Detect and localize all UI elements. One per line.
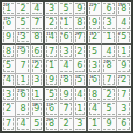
cell-digit: 8 [31, 31, 43, 43]
cell-digit: 7 [2, 117, 15, 131]
cell-digit: 1 [74, 102, 86, 115]
cell-digit: 2 [59, 117, 72, 131]
cell-r6c5[interactable]: 178 [59, 74, 73, 88]
cell-digit: 6 [117, 117, 131, 131]
cell-digit: 6 [31, 45, 43, 58]
cage-sum: 17 [60, 74, 65, 79]
cell-digit: 1 [117, 45, 131, 58]
cage-sum: 21 [118, 74, 123, 79]
cell-r6c9[interactable]: 212 [117, 74, 131, 88]
cell-digit: 2 [16, 2, 29, 15]
cell-r7c7[interactable]: 8 [88, 88, 102, 102]
cell-r8c6[interactable]: 1 [74, 102, 88, 116]
cell-r3c6[interactable]: 297 [74, 31, 88, 45]
cell-digit: 6 [102, 2, 115, 15]
cell-digit: 2 [45, 16, 58, 29]
cell-r4c4[interactable]: 7 [45, 45, 59, 59]
cell-r2c4[interactable]: 2 [45, 16, 59, 30]
cell-r1c5[interactable]: 5 [59, 2, 73, 16]
cell-r2c3[interactable]: 7 [31, 16, 45, 30]
cell-r9c5[interactable]: 2 [59, 117, 73, 131]
cell-digit: 8 [88, 88, 101, 101]
cell-r9c6[interactable]: 3 [74, 117, 88, 131]
cell-r1c7[interactable]: 227 [88, 2, 102, 16]
cage-sum: 16 [89, 74, 94, 79]
sudoku-board: 2412435922761583765729189349173811496297… [0, 0, 133, 133]
cell-digit: 3 [45, 2, 58, 15]
cell-r3c5[interactable]: 96 [59, 31, 73, 45]
cell-r3c2[interactable]: 173 [16, 31, 30, 45]
cell-r8c4[interactable]: 136 [45, 102, 59, 116]
cell-r4c2[interactable]: 229 [16, 45, 30, 59]
cell-digit: 5 [16, 16, 29, 29]
cell-r3c1[interactable]: 9 [2, 31, 16, 45]
cell-digit: 5 [2, 59, 15, 72]
cell-digit: 5 [59, 2, 72, 15]
cage-sum: 29 [46, 117, 51, 122]
cage-sum: 11 [32, 59, 37, 64]
cage-sum: 13 [46, 102, 51, 107]
cell-r3c9[interactable]: 65 [117, 31, 131, 45]
cell-r1c2[interactable]: 2 [16, 2, 30, 16]
cell-digit: 7 [117, 88, 131, 101]
cell-r8c8[interactable]: 5 [102, 102, 116, 116]
cell-digit: 7 [102, 74, 115, 86]
cell-digit: 3 [102, 16, 115, 29]
cell-r5c8[interactable]: 248 [102, 59, 116, 73]
cell-r7c8[interactable]: 2 [102, 88, 116, 102]
cell-r1c3[interactable]: 4 [31, 2, 45, 16]
cell-digit: 9 [74, 2, 86, 15]
cell-digit: 9 [2, 31, 15, 43]
cell-r4c7[interactable]: 5 [88, 45, 102, 59]
cell-digit: 2 [102, 88, 115, 101]
cell-digit: 7 [31, 16, 43, 29]
cage-sum: 37 [3, 16, 8, 21]
cell-r3c4[interactable]: 114 [45, 31, 59, 45]
cell-r1c4[interactable]: 3 [45, 2, 59, 16]
cell-r2c2[interactable]: 5 [16, 16, 30, 30]
cell-digit: 1 [88, 117, 101, 131]
cell-digit: 2 [2, 102, 15, 115]
cage-sum: 24 [3, 2, 8, 7]
cage-sum: 22 [89, 2, 94, 7]
cell-r5c2[interactable]: 7 [16, 59, 30, 73]
cell-digit: 1 [45, 59, 58, 72]
cell-r1c8[interactable]: 6 [102, 2, 116, 16]
cell-digit: 3 [88, 59, 101, 72]
cell-digit: 5 [31, 117, 43, 131]
cell-r8c1[interactable]: 2 [2, 102, 16, 116]
cell-digit: 4 [102, 45, 115, 58]
cell-digit: 4 [117, 16, 131, 29]
cage-sum: 17 [17, 31, 22, 36]
cell-r9c7[interactable]: 1 [88, 117, 102, 131]
cell-digit: 4 [59, 59, 72, 72]
cell-digit: 3 [2, 88, 15, 101]
cell-digit: 8 [16, 102, 29, 115]
cell-r6c6[interactable]: 105 [74, 74, 88, 88]
cell-r7c6[interactable]: 4 [74, 88, 88, 102]
cell-r7c3[interactable]: 1 [31, 88, 45, 102]
cell-digit: 9 [117, 59, 131, 72]
cell-r6c4[interactable]: 9 [45, 74, 59, 88]
cell-r7c4[interactable]: 5 [45, 88, 59, 102]
cell-r6c8[interactable]: 7 [102, 74, 116, 88]
cell-r5c9[interactable]: 9 [117, 59, 131, 73]
cage-sum: 22 [17, 45, 22, 50]
cage-sum: 9 [60, 31, 62, 36]
cell-r5c3[interactable]: 112 [31, 59, 45, 73]
cell-digit: 4 [16, 117, 29, 131]
cage-sum: 29 [75, 31, 80, 36]
cell-r2c9[interactable]: 4 [117, 16, 131, 30]
cell-r7c2[interactable]: 236 [16, 88, 30, 102]
cell-r7c9[interactable]: 7 [117, 88, 131, 102]
cell-digit: 5 [45, 88, 58, 101]
cell-r2c5[interactable]: 91 [59, 16, 73, 30]
cell-r5c1[interactable]: 5 [2, 59, 16, 73]
cell-r4c9[interactable]: 1 [117, 45, 131, 59]
cell-r8c7[interactable]: 4 [88, 102, 102, 116]
cell-r6c1[interactable]: 74 [2, 74, 16, 88]
cell-r7c1[interactable]: 3 [2, 88, 16, 102]
cell-digit: 4 [88, 102, 101, 115]
cage-sum: 11 [46, 31, 51, 36]
cell-r3c3[interactable]: 8 [31, 31, 45, 45]
cell-r5c4[interactable]: 1 [45, 59, 59, 73]
cell-r5c5[interactable]: 4 [59, 59, 73, 73]
cage-sum: 18 [32, 102, 37, 107]
cell-r4c6[interactable]: 2 [74, 45, 88, 59]
cell-r4c1[interactable]: 8 [2, 45, 16, 59]
cell-digit: 2 [74, 45, 86, 58]
cell-r2c1[interactable]: 376 [2, 16, 16, 30]
cell-digit: 5 [102, 102, 115, 115]
cell-r7c5[interactable]: 9 [59, 88, 73, 102]
cell-r9c8[interactable]: 9 [102, 117, 116, 131]
cage-sum: 15 [118, 2, 123, 7]
cell-r8c5[interactable]: 7 [59, 102, 73, 116]
cell-r9c2[interactable]: 4 [16, 117, 30, 131]
cell-r9c9[interactable]: 6 [117, 117, 131, 131]
cage-sum: 6 [118, 31, 120, 36]
cell-digit: 9 [88, 16, 101, 29]
cell-r9c3[interactable]: 5 [31, 117, 45, 131]
cell-digit: 1 [31, 88, 43, 101]
cell-digit: 1 [102, 31, 115, 43]
cell-digit: 9 [45, 74, 58, 86]
cell-r2c6[interactable]: 8 [74, 16, 88, 30]
cell-r1c6[interactable]: 9 [74, 2, 88, 16]
cell-r2c8[interactable]: 3 [102, 16, 116, 30]
cell-digit: 3 [31, 74, 43, 86]
cell-digit: 1 [16, 74, 29, 86]
cell-r3c8[interactable]: 1 [102, 31, 116, 45]
cage-sum: 9 [60, 16, 62, 21]
cell-digit: 3 [59, 45, 72, 58]
cell-r5c7[interactable]: 3 [88, 59, 102, 73]
cell-r4c5[interactable]: 3 [59, 45, 73, 59]
cell-r9c1[interactable]: 7 [2, 117, 16, 131]
cell-r5c6[interactable]: 6 [74, 59, 88, 73]
cell-digit: 8 [74, 16, 86, 29]
cell-r6c3[interactable]: 3 [31, 74, 45, 88]
cage-sum: 10 [75, 74, 80, 79]
cell-r1c9[interactable]: 158 [117, 2, 131, 16]
cell-digit: 5 [88, 45, 101, 58]
cell-digit: 9 [59, 88, 72, 101]
cell-r8c9[interactable]: 3 [117, 102, 131, 116]
cell-r8c2[interactable]: 8 [16, 102, 30, 116]
cage-sum: 7 [3, 74, 5, 79]
cell-r8c3[interactable]: 189 [31, 102, 45, 116]
cage-sum: 15 [89, 31, 94, 36]
cell-r4c8[interactable]: 4 [102, 45, 116, 59]
cage-sum: 23 [17, 88, 22, 93]
cell-r4c3[interactable]: 6 [31, 45, 45, 59]
cell-digit: 4 [74, 88, 86, 101]
cell-r9c4[interactable]: 298 [45, 117, 59, 131]
cell-digit: 6 [74, 59, 86, 72]
cell-digit: 7 [16, 59, 29, 72]
cell-digit: 3 [117, 102, 131, 115]
cell-digit: 8 [2, 45, 15, 58]
cell-r6c2[interactable]: 1 [16, 74, 30, 88]
cell-digit: 7 [45, 45, 58, 58]
cell-r1c1[interactable]: 241 [2, 2, 16, 16]
cage-sum: 24 [103, 59, 108, 64]
cell-r3c7[interactable]: 152 [88, 31, 102, 45]
cell-digit: 9 [102, 117, 115, 131]
cell-digit: 4 [31, 2, 43, 15]
cell-r6c7[interactable]: 166 [88, 74, 102, 88]
cell-digit: 3 [74, 117, 86, 131]
cell-r2c7[interactable]: 9 [88, 16, 102, 30]
cell-digit: 7 [59, 102, 72, 115]
